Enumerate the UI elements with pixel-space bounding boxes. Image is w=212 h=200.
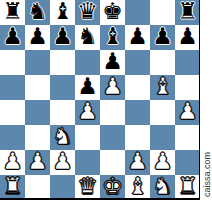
white-rook: ♜ [2,175,23,199]
black-pawn: ♟ [77,75,98,99]
square-a4[interactable] [0,100,25,125]
square-f2[interactable]: ♟ [125,150,150,175]
square-h7[interactable]: ♟ [175,25,200,50]
square-e2[interactable] [100,150,125,175]
square-g3[interactable] [150,125,175,150]
black-pawn: ♟ [152,25,173,49]
square-a7[interactable]: ♟ [0,25,25,50]
square-a6[interactable] [0,50,25,75]
black-knight: ♞ [77,25,98,49]
square-c5[interactable] [50,75,75,100]
chess-board: ♜♞♝♛♚♜♟♟♟♞♝♟♟♟♟♟♟♝♟♟♞♟♟♟♟♟♜♛♚♝♞♜ [0,0,200,200]
square-e8[interactable]: ♚ [100,0,125,25]
square-b5[interactable] [25,75,50,100]
square-c8[interactable]: ♝ [50,0,75,25]
chess-diagram: ♜♞♝♛♚♜♟♟♟♞♝♟♟♟♟♟♟♝♟♟♞♟♟♟♟♟♜♛♚♝♞♜ caissa.… [0,0,212,200]
white-pawn: ♟ [127,150,148,174]
square-a1[interactable]: ♜ [0,175,25,200]
black-rook: ♜ [2,0,23,24]
white-bishop: ♝ [152,75,173,99]
black-pawn: ♟ [102,50,123,74]
square-d3[interactable] [75,125,100,150]
square-f4[interactable] [125,100,150,125]
white-pawn: ♟ [77,100,98,124]
square-h5[interactable] [175,75,200,100]
square-e4[interactable] [100,100,125,125]
square-g4[interactable] [150,100,175,125]
square-g5[interactable]: ♝ [150,75,175,100]
square-f8[interactable] [125,0,150,25]
square-f6[interactable] [125,50,150,75]
square-e6[interactable]: ♟ [100,50,125,75]
square-d4[interactable]: ♟ [75,100,100,125]
black-pawn: ♟ [2,25,23,49]
white-pawn: ♟ [27,150,48,174]
square-h6[interactable] [175,50,200,75]
square-a5[interactable] [0,75,25,100]
white-pawn: ♟ [102,75,123,99]
black-bishop: ♝ [52,0,73,24]
square-e3[interactable] [100,125,125,150]
square-g7[interactable]: ♟ [150,25,175,50]
watermark-text: caissa.com [202,152,212,197]
square-b7[interactable]: ♟ [25,25,50,50]
square-h1[interactable]: ♜ [175,175,200,200]
square-c1[interactable] [50,175,75,200]
square-e7[interactable]: ♝ [100,25,125,50]
square-c4[interactable] [50,100,75,125]
black-king: ♚ [102,0,123,24]
white-queen: ♛ [77,175,98,199]
black-bishop: ♝ [102,25,123,49]
square-h4[interactable]: ♟ [175,100,200,125]
square-g1[interactable]: ♞ [150,175,175,200]
square-c7[interactable]: ♟ [50,25,75,50]
square-a2[interactable]: ♟ [0,150,25,175]
white-rook: ♜ [177,175,198,199]
square-f5[interactable] [125,75,150,100]
square-b1[interactable] [25,175,50,200]
square-f7[interactable]: ♟ [125,25,150,50]
black-queen: ♛ [77,0,98,24]
square-c2[interactable]: ♟ [50,150,75,175]
black-rook: ♜ [177,0,198,24]
white-pawn: ♟ [152,150,173,174]
white-king: ♚ [102,175,123,199]
black-pawn: ♟ [27,25,48,49]
square-b8[interactable]: ♞ [25,0,50,25]
square-c3[interactable]: ♞ [50,125,75,150]
square-b6[interactable] [25,50,50,75]
square-e5[interactable]: ♟ [100,75,125,100]
square-a3[interactable] [0,125,25,150]
board-edge-bottom [0,198,200,200]
square-a8[interactable]: ♜ [0,0,25,25]
square-b3[interactable] [25,125,50,150]
black-pawn: ♟ [52,25,73,49]
white-bishop: ♝ [127,175,148,199]
white-knight: ♞ [52,125,73,149]
square-f3[interactable] [125,125,150,150]
square-d2[interactable] [75,150,100,175]
square-g6[interactable] [150,50,175,75]
square-e1[interactable]: ♚ [100,175,125,200]
white-pawn: ♟ [177,100,198,124]
square-g2[interactable]: ♟ [150,150,175,175]
square-h3[interactable] [175,125,200,150]
square-g8[interactable] [150,0,175,25]
square-b4[interactable] [25,100,50,125]
black-pawn: ♟ [127,25,148,49]
white-pawn: ♟ [2,150,23,174]
square-f1[interactable]: ♝ [125,175,150,200]
square-d1[interactable]: ♛ [75,175,100,200]
black-knight: ♞ [27,0,48,24]
white-pawn: ♟ [52,150,73,174]
square-d6[interactable] [75,50,100,75]
square-d5[interactable]: ♟ [75,75,100,100]
square-d7[interactable]: ♞ [75,25,100,50]
black-pawn: ♟ [177,25,198,49]
square-d8[interactable]: ♛ [75,0,100,25]
square-h8[interactable]: ♜ [175,0,200,25]
white-knight: ♞ [152,175,173,199]
square-b2[interactable]: ♟ [25,150,50,175]
square-h2[interactable] [175,150,200,175]
square-c6[interactable] [50,50,75,75]
